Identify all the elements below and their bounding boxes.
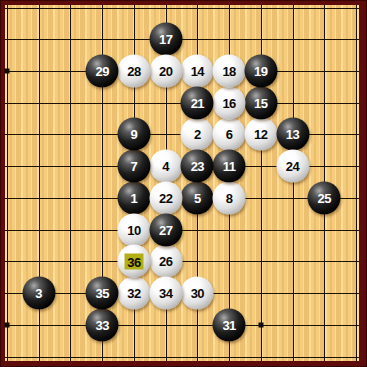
- move-number: 13: [286, 128, 299, 141]
- move-number: 8: [226, 191, 233, 204]
- move-number: 21: [191, 96, 204, 109]
- move-number: 15: [254, 96, 267, 109]
- move-number: 32: [127, 287, 140, 300]
- stone-9-black: 9: [117, 118, 150, 151]
- grid-line-vertical: [70, 5, 71, 361]
- move-number: 36: [124, 253, 143, 269]
- move-number: 1: [131, 191, 138, 204]
- grid-line-horizontal: [5, 8, 359, 9]
- move-number: 31: [222, 318, 235, 331]
- stone-21-black: 21: [181, 86, 214, 119]
- stone-27-black: 27: [149, 213, 182, 246]
- move-number: 6: [226, 128, 233, 141]
- move-number: 7: [131, 160, 138, 173]
- move-number: 4: [162, 160, 169, 173]
- stone-2-white: 2: [181, 118, 214, 151]
- stone-18-white: 18: [213, 54, 246, 87]
- move-number: 19: [254, 64, 267, 77]
- move-number: 17: [159, 33, 172, 46]
- stone-3-black: 3: [22, 277, 55, 310]
- move-number: 34: [159, 287, 172, 300]
- stone-4-white: 4: [149, 150, 182, 183]
- star-point: [258, 322, 263, 327]
- move-number: 29: [95, 64, 108, 77]
- stone-6-white: 6: [213, 118, 246, 151]
- stone-34-white: 34: [149, 277, 182, 310]
- stone-29-black: 29: [86, 54, 119, 87]
- move-number: 28: [127, 64, 140, 77]
- move-number: 23: [191, 160, 204, 173]
- stone-32-white: 32: [117, 277, 150, 310]
- grid-line-horizontal: [5, 325, 359, 326]
- stone-11-black: 11: [213, 150, 246, 183]
- move-number: 24: [286, 160, 299, 173]
- move-number: 25: [318, 191, 331, 204]
- stone-35-black: 35: [86, 277, 119, 310]
- stone-22-white: 22: [149, 181, 182, 214]
- stone-36-white: 36: [117, 245, 150, 278]
- stone-25-black: 25: [308, 181, 341, 214]
- move-number: 16: [222, 96, 235, 109]
- star-point: [5, 322, 10, 327]
- stone-26-white: 26: [149, 245, 182, 278]
- grid-line-vertical: [7, 5, 8, 361]
- move-number: 22: [159, 191, 172, 204]
- stone-20-white: 20: [149, 54, 182, 87]
- move-number: 26: [159, 255, 172, 268]
- stone-16-white: 16: [213, 86, 246, 119]
- stone-23-black: 23: [181, 150, 214, 183]
- move-number: 18: [222, 64, 235, 77]
- grid-line-vertical: [356, 5, 357, 361]
- move-number: 3: [35, 287, 42, 300]
- stone-1-black: 1: [117, 181, 150, 214]
- move-number: 30: [191, 287, 204, 300]
- stone-19-black: 19: [244, 54, 277, 87]
- move-number: 27: [159, 223, 172, 236]
- move-number: 9: [131, 128, 138, 141]
- board-frame: 1234567891011121314151617181920212223242…: [0, 0, 367, 367]
- move-number: 10: [127, 223, 140, 236]
- move-number: 20: [159, 64, 172, 77]
- move-number: 5: [194, 191, 201, 204]
- star-point: [5, 68, 10, 73]
- stone-24-white: 24: [276, 150, 309, 183]
- stone-10-white: 10: [117, 213, 150, 246]
- stone-28-white: 28: [117, 54, 150, 87]
- move-number: 2: [194, 128, 201, 141]
- stone-5-black: 5: [181, 181, 214, 214]
- stone-7-black: 7: [117, 150, 150, 183]
- move-number: 33: [95, 318, 108, 331]
- stone-13-black: 13: [276, 118, 309, 151]
- grid-line-vertical: [293, 5, 294, 361]
- grid-line-horizontal: [5, 357, 359, 358]
- stone-12-white: 12: [244, 118, 277, 151]
- stone-31-black: 31: [213, 308, 246, 341]
- stone-30-white: 30: [181, 277, 214, 310]
- stone-8-white: 8: [213, 181, 246, 214]
- go-board[interactable]: 1234567891011121314151617181920212223242…: [5, 5, 359, 361]
- move-number: 12: [254, 128, 267, 141]
- move-number: 11: [223, 160, 236, 173]
- stone-14-white: 14: [181, 54, 214, 87]
- move-number: 35: [95, 287, 108, 300]
- move-number: 14: [191, 64, 204, 77]
- stone-17-black: 17: [149, 23, 182, 56]
- stone-15-black: 15: [244, 86, 277, 119]
- stone-33-black: 33: [86, 308, 119, 341]
